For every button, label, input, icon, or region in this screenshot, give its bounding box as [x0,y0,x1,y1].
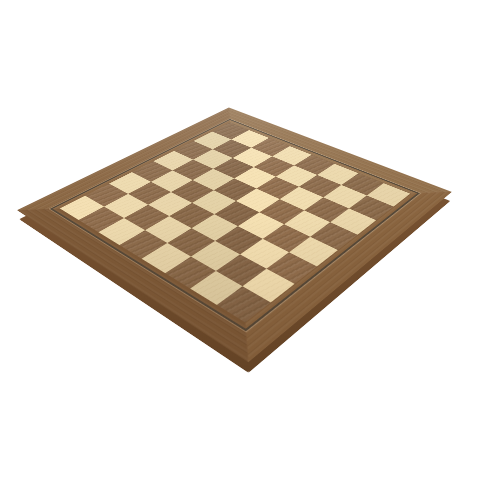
square-r5c4 [192,214,238,241]
square-r6c3 [145,216,191,243]
board-top-face [17,108,452,363]
square-r4c7 [289,237,338,267]
square-r1c7 [349,195,394,220]
square-r7c2 [98,218,145,245]
square-r7c4 [142,243,191,273]
square-r2c6 [304,197,349,222]
square-r6c4 [167,228,215,256]
square-r7c6 [190,271,242,305]
square-r7c5 [165,257,216,289]
square-r4c4 [214,201,259,226]
squares-grid [60,123,410,323]
square-r6c7 [242,269,294,303]
frame-strip-bottom [17,198,275,363]
square-r6c6 [216,254,267,286]
square-r6c5 [191,241,240,271]
square-r3c5 [259,199,304,224]
square-r4c6 [263,224,310,252]
square-r3c6 [284,210,330,236]
chessboard-3d [17,108,452,363]
chessboard [78,43,394,359]
square-r7c1 [79,207,124,233]
square-r7c7 [217,286,271,322]
square-r6c2 [124,205,169,230]
square-r3c7 [310,222,357,250]
frame-strip-right [219,182,452,363]
square-r5c3 [169,203,214,228]
square-r5c6 [240,239,289,269]
square-r2c7 [330,208,376,234]
square-r7c3 [119,230,167,259]
square-r5c5 [215,226,263,254]
product-photo [0,0,480,480]
square-r5c7 [267,252,317,284]
square-r4c5 [238,212,284,239]
